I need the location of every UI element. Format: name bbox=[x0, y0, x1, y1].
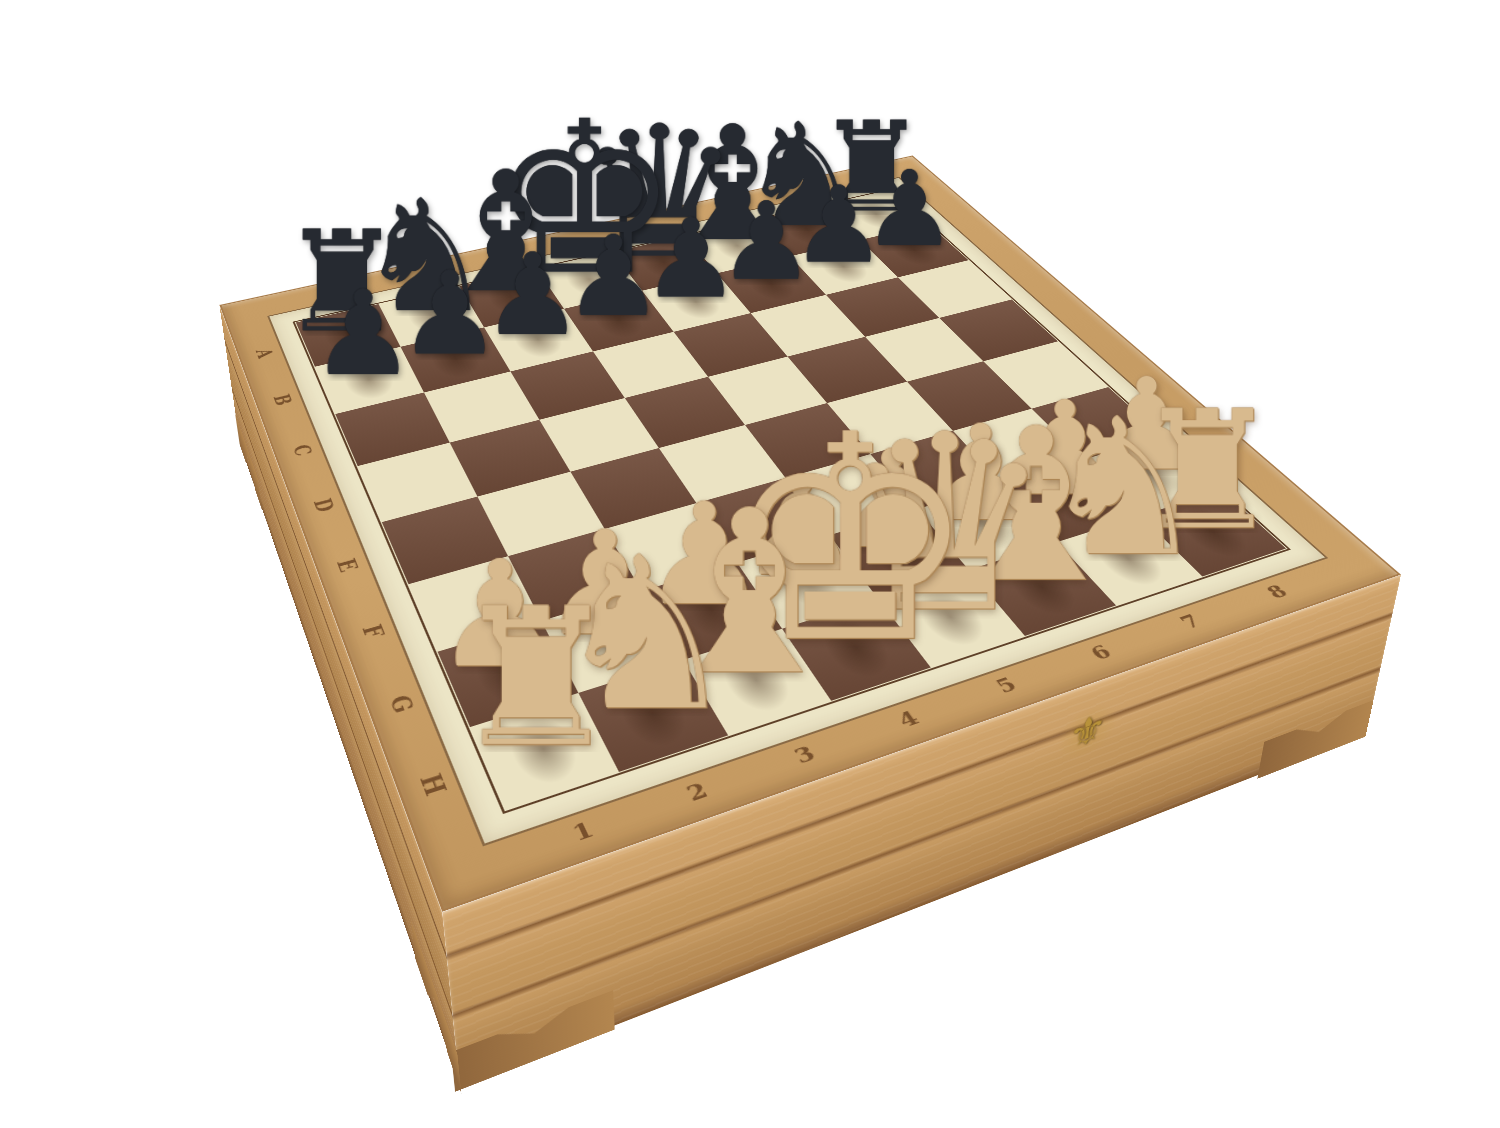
scene: ABCDEFGH 12345678 ⚜ ♜♟♞♟♝♟♛♟♚♟♝♟♟♞♜♟♟♜♞♟… bbox=[0, 0, 1500, 1128]
clasp-ornament-icon: ⚜ bbox=[1066, 703, 1109, 760]
casket-foot-south-right bbox=[451, 990, 615, 1092]
photo-canvas: ABCDEFGH 12345678 ⚜ ♜♟♞♟♝♟♛♟♚♟♝♟♟♞♜♟♟♜♞♟… bbox=[0, 0, 1500, 1128]
casket-foot-west bbox=[235, 413, 262, 511]
brass-clasp: ⚜ bbox=[1055, 696, 1121, 767]
casket-foot-east bbox=[1257, 699, 1377, 779]
piece-white-rook-h1[interactable]: ♜ bbox=[409, 561, 663, 752]
chess-casket: ABCDEFGH 12345678 ⚜ ♜♟♞♟♝♟♛♟♚♟♝♟♟♞♜♟♟♜♞♟… bbox=[219, 155, 1401, 912]
